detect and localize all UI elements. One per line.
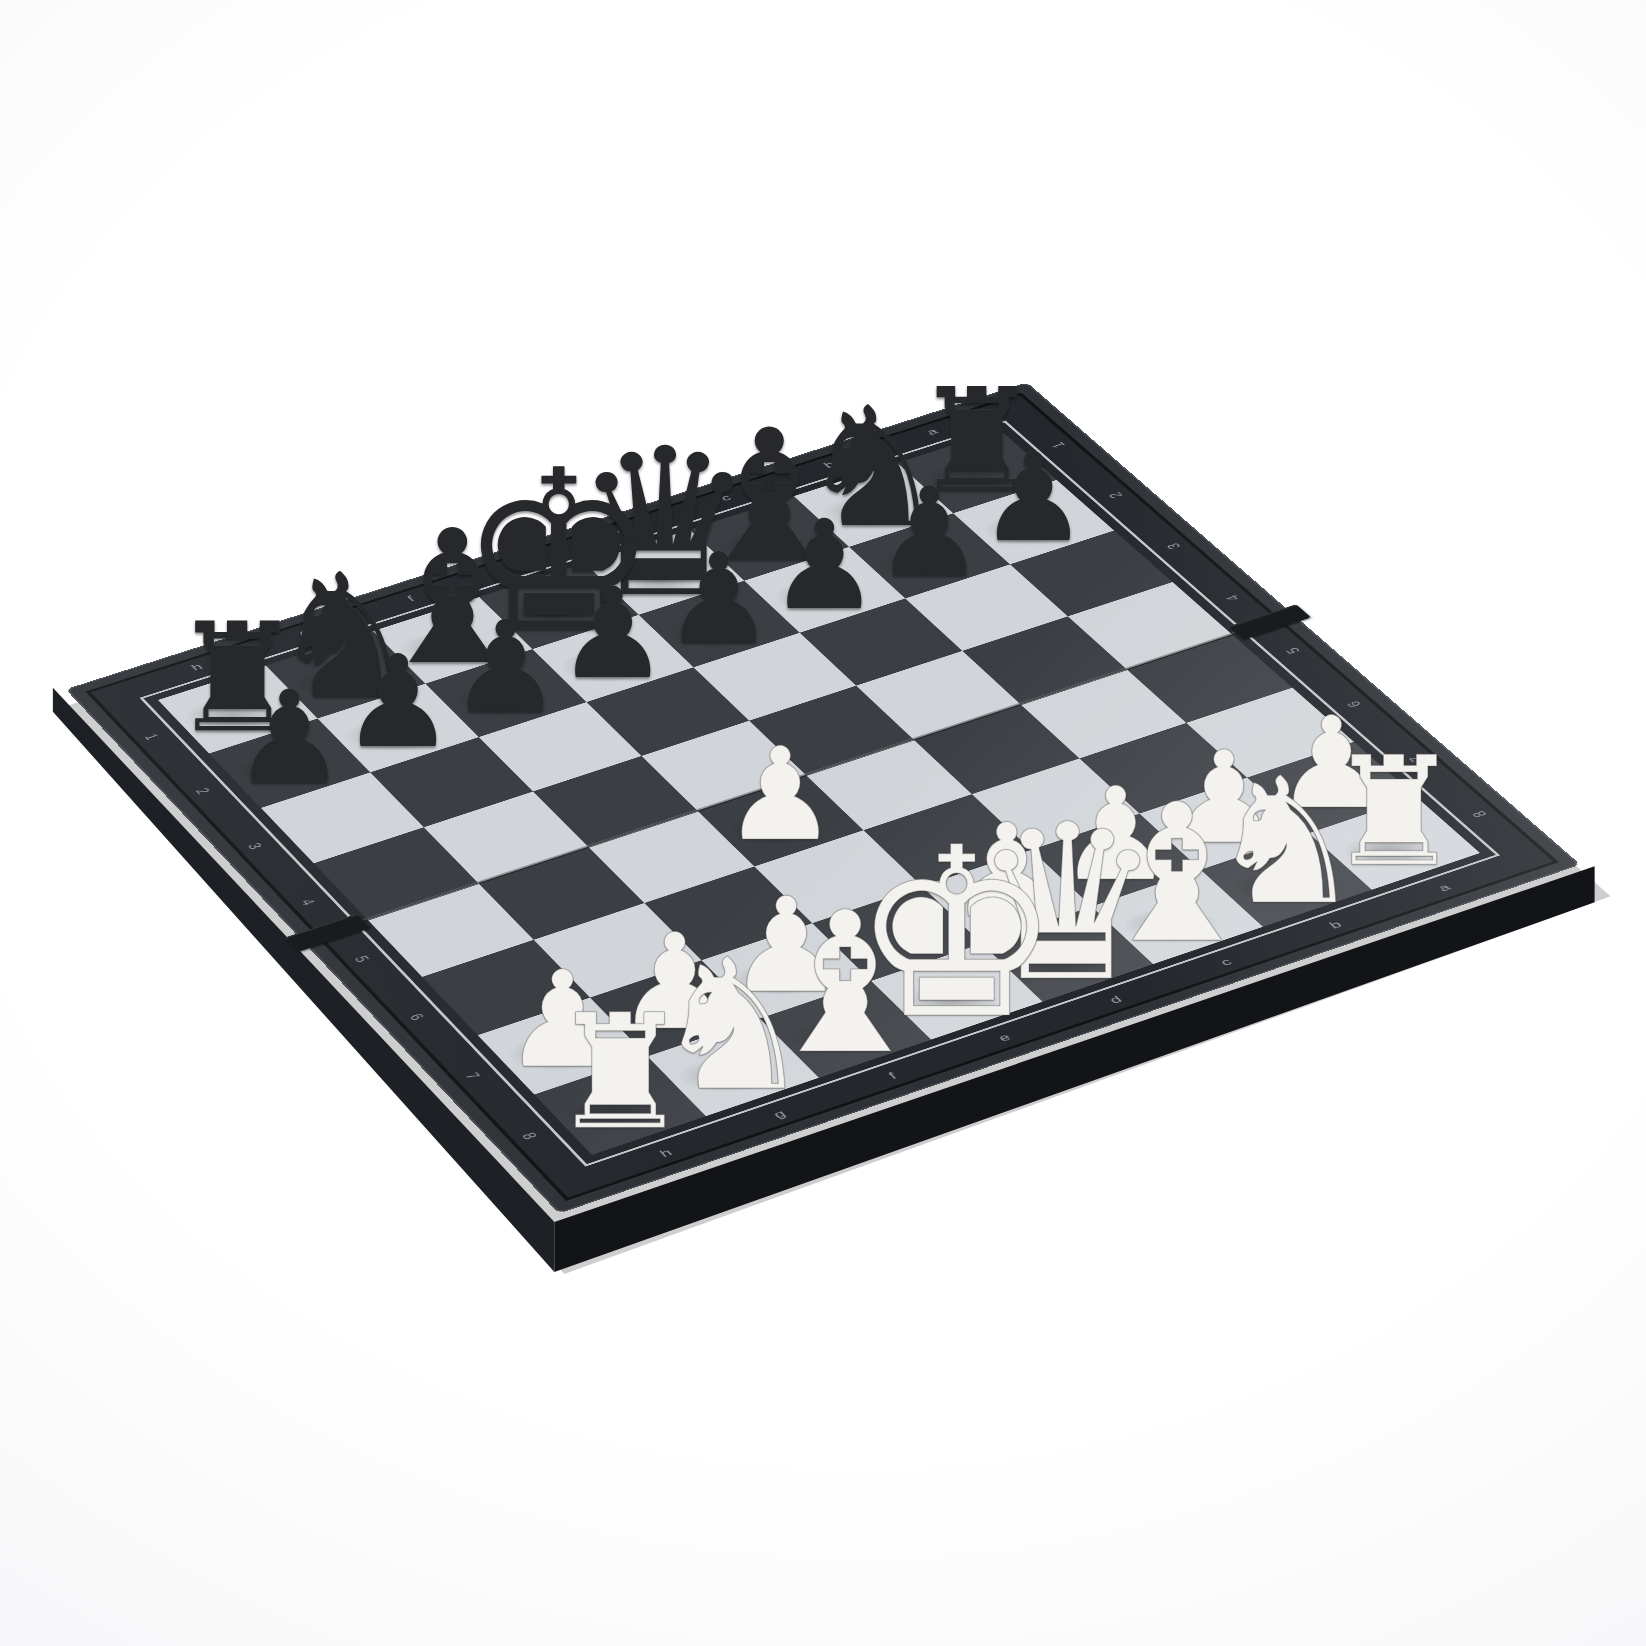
chess-set-photo: 1122334455667788hhggffeeddccbbaa ♜♞♟♝♟♛♟…: [0, 0, 1646, 1646]
board-squares: [158, 430, 1480, 1155]
chess-board[interactable]: 1122334455667788hhggffeeddccbbaa: [66, 382, 1581, 1213]
